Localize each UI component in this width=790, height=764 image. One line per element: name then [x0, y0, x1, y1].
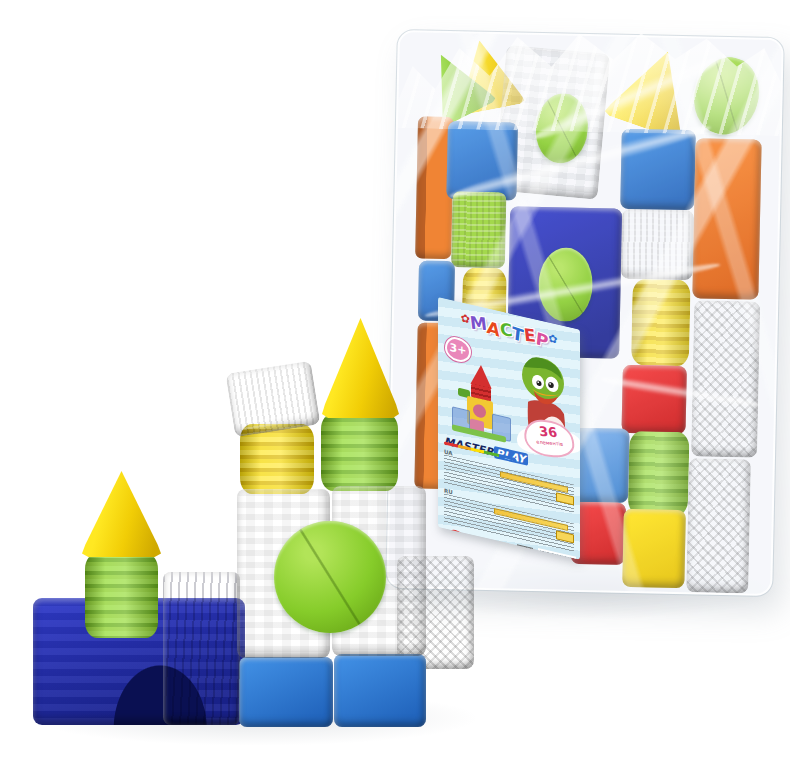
castle-blue-cube-left [239, 657, 333, 727]
castle-blue-cube-right [334, 654, 426, 727]
castle-spire-cone-yellow [322, 318, 399, 418]
castle-green-disc [274, 521, 386, 633]
castle-roof-cap-yellow [226, 361, 321, 438]
castle-wood-block-blue [163, 572, 240, 725]
castle-tower-cone-yellow [82, 471, 161, 557]
product-photo-stage: ✿МАСТЕР✿ 3+ [0, 0, 790, 764]
castle-spire-cylinder-green [321, 413, 398, 491]
castle-blocks-layer [0, 0, 790, 764]
castle-tower-cylinder-green [85, 553, 158, 638]
